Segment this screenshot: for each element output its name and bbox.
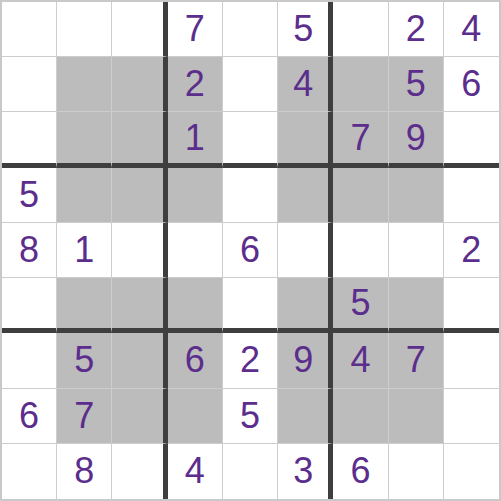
cell-r8c6[interactable] (278, 389, 333, 444)
cell-r5c4[interactable] (168, 223, 223, 278)
cell-r2c4[interactable]: 2 (168, 57, 223, 112)
cell-r8c9[interactable] (444, 389, 499, 444)
cell-r5c2[interactable]: 1 (57, 223, 112, 278)
cell-r9c4[interactable]: 4 (168, 444, 223, 499)
cell-r8c1[interactable]: 6 (2, 389, 57, 444)
cell-r7c3[interactable] (112, 333, 167, 388)
cell-r7c1[interactable] (2, 333, 57, 388)
cell-r4c5[interactable] (223, 168, 278, 223)
cell-r8c5[interactable]: 5 (223, 389, 278, 444)
cell-r6c4[interactable] (168, 278, 223, 333)
cell-r5c6[interactable] (278, 223, 333, 278)
cell-r1c2[interactable] (57, 2, 112, 57)
cell-r7c2[interactable]: 5 (57, 333, 112, 388)
cell-r5c9[interactable]: 2 (444, 223, 499, 278)
cell-r1c7[interactable] (333, 2, 388, 57)
cell-r3c1[interactable] (2, 112, 57, 167)
cell-r2c3[interactable] (112, 57, 167, 112)
cell-r6c8[interactable] (389, 278, 444, 333)
cell-r8c3[interactable] (112, 389, 167, 444)
cell-r7c5[interactable]: 2 (223, 333, 278, 388)
cell-r7c9[interactable] (444, 333, 499, 388)
cell-r7c6[interactable]: 9 (278, 333, 333, 388)
cell-r5c7[interactable] (333, 223, 388, 278)
cell-r1c9[interactable]: 4 (444, 2, 499, 57)
cell-r1c6[interactable]: 5 (278, 2, 333, 57)
cell-r6c7[interactable]: 5 (333, 278, 388, 333)
cell-r8c4[interactable] (168, 389, 223, 444)
cell-r8c8[interactable] (389, 389, 444, 444)
cell-r4c8[interactable] (389, 168, 444, 223)
cell-r3c4[interactable]: 1 (168, 112, 223, 167)
cell-r1c4[interactable]: 7 (168, 2, 223, 57)
cell-r6c1[interactable] (2, 278, 57, 333)
cell-r5c3[interactable] (112, 223, 167, 278)
cell-r2c9[interactable]: 6 (444, 57, 499, 112)
cell-r4c2[interactable] (57, 168, 112, 223)
cell-r3c7[interactable]: 7 (333, 112, 388, 167)
cell-r4c4[interactable] (168, 168, 223, 223)
cell-r2c1[interactable] (2, 57, 57, 112)
cell-r4c6[interactable] (278, 168, 333, 223)
cell-r2c6[interactable]: 4 (278, 57, 333, 112)
cell-r9c5[interactable] (223, 444, 278, 499)
cell-r2c5[interactable] (223, 57, 278, 112)
cell-r9c1[interactable] (2, 444, 57, 499)
cell-r2c7[interactable] (333, 57, 388, 112)
cell-r1c8[interactable]: 2 (389, 2, 444, 57)
cell-r4c7[interactable] (333, 168, 388, 223)
cell-r7c7[interactable]: 4 (333, 333, 388, 388)
cell-r9c9[interactable] (444, 444, 499, 499)
cell-r1c3[interactable] (112, 2, 167, 57)
cell-r2c2[interactable] (57, 57, 112, 112)
cell-r9c3[interactable] (112, 444, 167, 499)
cell-r4c1[interactable]: 5 (2, 168, 57, 223)
cell-r3c2[interactable] (57, 112, 112, 167)
cell-r2c8[interactable]: 5 (389, 57, 444, 112)
cell-r6c3[interactable] (112, 278, 167, 333)
cell-r9c8[interactable] (389, 444, 444, 499)
cell-r3c5[interactable] (223, 112, 278, 167)
cell-r9c7[interactable]: 6 (333, 444, 388, 499)
cell-r6c5[interactable] (223, 278, 278, 333)
cell-r3c6[interactable] (278, 112, 333, 167)
cell-r3c3[interactable] (112, 112, 167, 167)
cell-r4c3[interactable] (112, 168, 167, 223)
cell-r3c9[interactable] (444, 112, 499, 167)
cell-r5c8[interactable] (389, 223, 444, 278)
cell-r7c8[interactable]: 7 (389, 333, 444, 388)
cell-r3c8[interactable]: 9 (389, 112, 444, 167)
cell-r8c7[interactable] (333, 389, 388, 444)
cell-r6c9[interactable] (444, 278, 499, 333)
cell-r9c2[interactable]: 8 (57, 444, 112, 499)
cell-r6c6[interactable] (278, 278, 333, 333)
cell-r4c9[interactable] (444, 168, 499, 223)
cell-r1c5[interactable] (223, 2, 278, 57)
cell-r5c1[interactable]: 8 (2, 223, 57, 278)
cell-r7c4[interactable]: 6 (168, 333, 223, 388)
cell-r1c1[interactable] (2, 2, 57, 57)
cell-r8c2[interactable]: 7 (57, 389, 112, 444)
sudoku-board: 752424561795816255629476758436 (0, 0, 501, 501)
cell-r9c6[interactable]: 3 (278, 444, 333, 499)
cell-r6c2[interactable] (57, 278, 112, 333)
cell-r5c5[interactable]: 6 (223, 223, 278, 278)
